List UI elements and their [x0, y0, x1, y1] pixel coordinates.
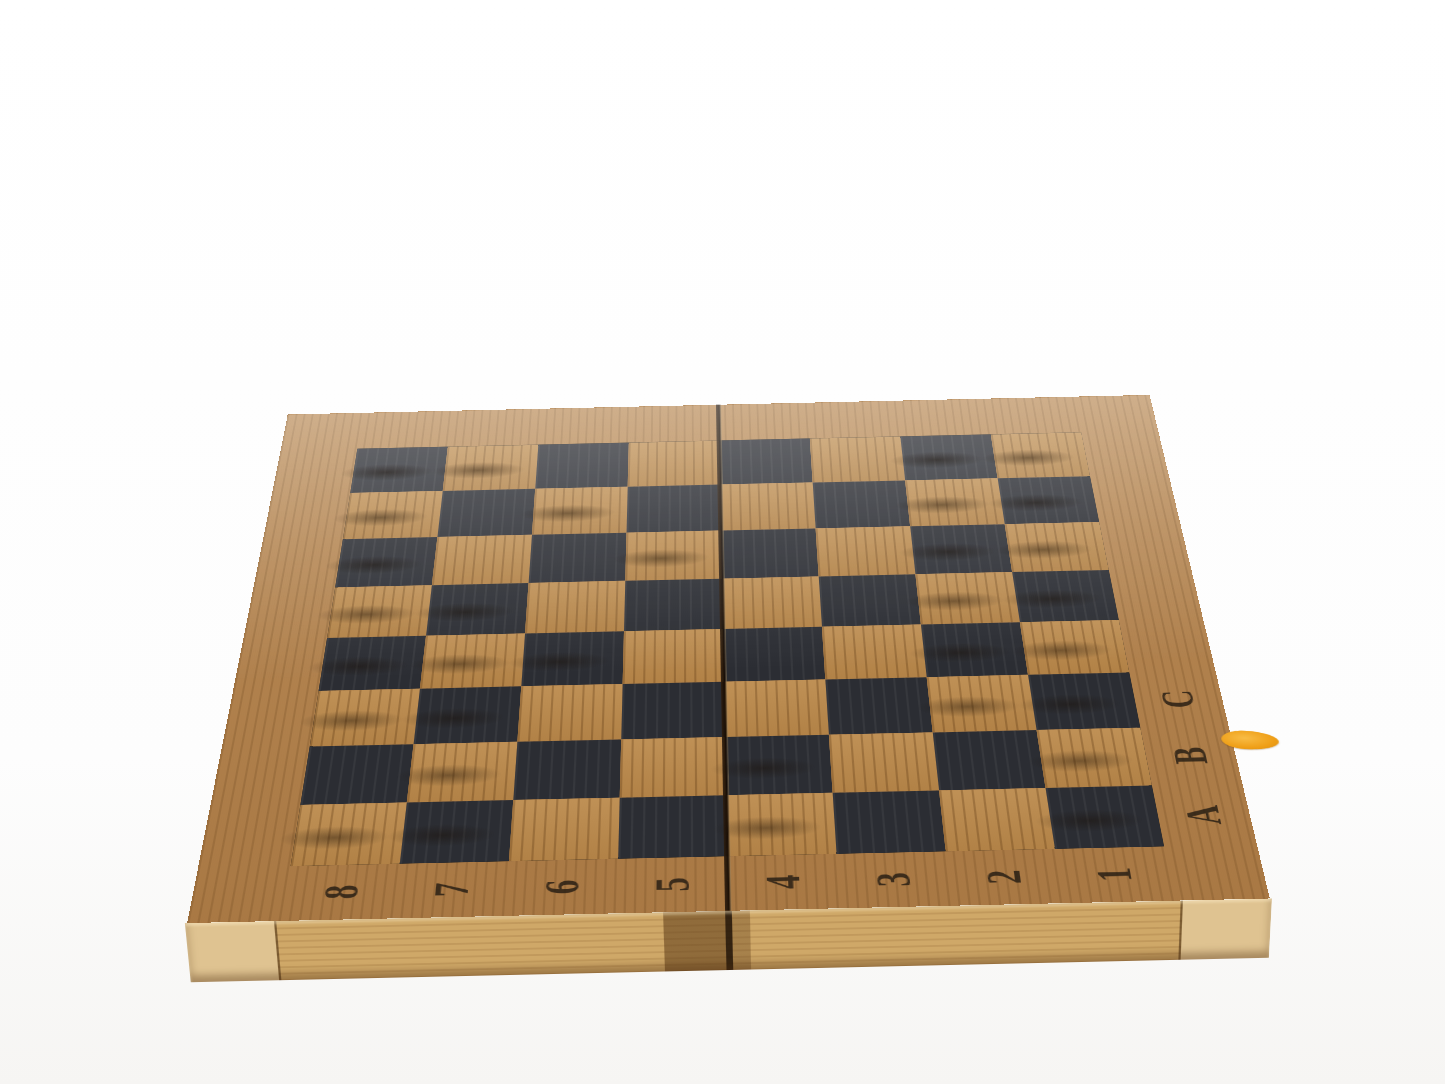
photo-background: 87654321ABC♜♝♛♚♝♞♜♟♟♟♟♟♟♞♟♟♟♟♟♟♟♟♟♟♜♞♝♛♚… — [0, 0, 1445, 1084]
black-pawn-glyph: ♟ — [334, 698, 577, 843]
chess-board: 87654321ABC♜♝♛♚♝♞♜♟♟♟♟♟♟♞♟♟♟♟♟♟♟♟♟♟♜♞♝♛♚… — [187, 395, 1270, 923]
perspective-scene: 87654321ABC♜♝♛♚♝♞♜♟♟♟♟♟♟♞♟♟♟♟♟♟♟♟♟♟♜♞♝♛♚… — [0, 0, 1445, 1084]
white-rook-glyph: ♜ — [981, 670, 1224, 828]
white-pawn-glyph: ♟ — [657, 690, 900, 835]
